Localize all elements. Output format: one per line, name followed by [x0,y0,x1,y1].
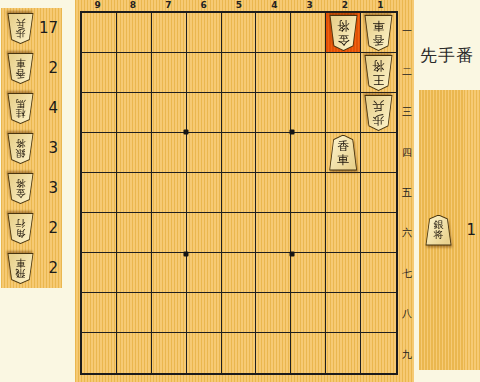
gote-piece-hand-金将[interactable]: 金将 [7,173,34,204]
gote-hand-row-歩兵: 歩兵17 [1,8,62,48]
square-2-4[interactable]: 香車 [326,133,361,173]
square-2-7[interactable] [326,253,361,293]
square-8-8[interactable] [117,293,152,333]
shogi-board: 金将香車王将歩兵香車 [80,11,398,375]
square-3-3[interactable] [291,93,326,133]
square-6-6[interactable] [187,213,222,253]
gote-piece-hand-角行[interactable]: 角行 [7,213,34,244]
koma-kanji: 歩兵 [365,96,392,130]
gote-captured-tray: 歩兵17香車2桂馬4銀将3金将3角行2飛車2 [1,8,62,288]
square-6-8[interactable] [187,293,222,333]
square-9-5[interactable] [82,173,117,213]
square-8-2[interactable] [117,53,152,93]
rank-label-9: 九 [400,335,414,375]
sente-hand-row-銀将: 銀将1 [419,210,480,250]
square-3-2[interactable] [291,53,326,93]
file-label-7: 7 [151,0,186,11]
square-2-8[interactable] [326,293,361,333]
square-6-3[interactable] [187,93,222,133]
koma-kanji: 金将 [8,174,33,203]
koma-kanji: 銀将 [8,134,33,163]
square-1-3[interactable]: 歩兵 [361,93,396,133]
square-3-7[interactable] [291,253,326,293]
square-9-8[interactable] [82,293,117,333]
square-5-6[interactable] [222,213,257,253]
square-8-3[interactable] [117,93,152,133]
square-8-4[interactable] [117,133,152,173]
koma-shape: 香車 [329,135,358,171]
square-3-9[interactable] [291,333,326,373]
koma-shape: 銀将 [7,133,34,164]
sente-captured-tray: 銀将1 [419,90,480,370]
rank-labels: 一二三四五六七八九 [400,11,414,375]
square-3-1[interactable] [291,13,326,53]
square-7-3[interactable] [152,93,187,133]
square-9-1[interactable] [82,13,117,53]
square-1-7[interactable] [361,253,396,293]
captured-count: 1 [466,221,476,239]
file-label-1: 1 [363,0,398,11]
square-2-5[interactable] [326,173,361,213]
gote-hand-row-香車: 香車2 [1,48,62,88]
koma-kanji: 桂馬 [8,94,33,123]
square-9-3[interactable] [82,93,117,133]
file-label-5: 5 [221,0,256,11]
rank-label-3: 三 [400,92,414,132]
file-labels: 987654321 [80,0,398,11]
square-1-4[interactable] [361,133,396,173]
square-3-4[interactable] [291,133,326,173]
file-label-2: 2 [327,0,362,11]
gote-piece-金将-2-1[interactable]: 金将 [329,15,358,51]
square-8-6[interactable] [117,213,152,253]
file-label-3: 3 [292,0,327,11]
square-5-2[interactable] [222,53,257,93]
captured-count: 2 [48,219,58,237]
square-6-9[interactable] [187,333,222,373]
square-3-6[interactable] [291,213,326,253]
square-6-7[interactable] [187,253,222,293]
square-4-1[interactable] [256,13,291,53]
gote-hand-row-桂馬: 桂馬4 [1,88,62,128]
koma-shape: 金将 [7,173,34,204]
square-1-2[interactable]: 王将 [361,53,396,93]
square-7-5[interactable] [152,173,187,213]
square-7-1[interactable] [152,13,187,53]
square-4-2[interactable] [256,53,291,93]
koma-kanji: 香車 [365,16,392,50]
square-1-5[interactable] [361,173,396,213]
square-7-4[interactable] [152,133,187,173]
koma-kanji: 香車 [330,136,357,170]
square-5-8[interactable] [222,293,257,333]
rank-label-2: 二 [400,51,414,91]
koma-kanji: 角行 [8,214,33,243]
koma-shape: 飛車 [7,253,34,284]
square-6-2[interactable] [187,53,222,93]
file-label-4: 4 [257,0,292,11]
rank-label-4: 四 [400,132,414,172]
rank-label-1: 一 [400,11,414,51]
sente-piece-hand-銀将[interactable]: 銀将 [425,215,452,246]
square-5-7[interactable] [222,253,257,293]
square-8-7[interactable] [117,253,152,293]
square-5-5[interactable] [222,173,257,213]
square-4-5[interactable] [256,173,291,213]
file-label-6: 6 [186,0,221,11]
koma-kanji: 歩兵 [8,14,33,43]
captured-count: 2 [48,59,58,77]
koma-kanji: 飛車 [8,254,33,283]
square-1-9[interactable] [361,333,396,373]
square-3-8[interactable] [291,293,326,333]
captured-count: 3 [48,139,58,157]
square-4-7[interactable] [256,253,291,293]
gote-hand-row-飛車: 飛車2 [1,248,62,288]
square-1-6[interactable] [361,213,396,253]
square-2-6[interactable] [326,213,361,253]
koma-shape: 金将 [329,15,358,51]
file-label-9: 9 [80,0,115,11]
square-1-1[interactable]: 香車 [361,13,396,53]
square-4-3[interactable] [256,93,291,133]
square-7-7[interactable] [152,253,187,293]
gote-piece-香車-1-1[interactable]: 香車 [364,15,393,51]
koma-shape: 角行 [7,213,34,244]
square-2-2[interactable] [326,53,361,93]
square-2-1[interactable]: 金将 [326,13,361,53]
square-1-8[interactable] [361,293,396,333]
square-9-4[interactable] [82,133,117,173]
square-6-5[interactable] [187,173,222,213]
gote-piece-hand-桂馬[interactable]: 桂馬 [7,93,34,124]
square-3-5[interactable] [291,173,326,213]
koma-kanji: 金将 [330,16,357,50]
square-2-3[interactable] [326,93,361,133]
koma-shape: 歩兵 [364,95,393,131]
captured-count: 4 [48,99,58,117]
rank-label-7: 七 [400,254,414,294]
file-label-8: 8 [115,0,150,11]
koma-kanji: 王将 [365,56,392,90]
koma-shape: 銀将 [425,215,452,246]
turn-indicator: 先手番 [420,44,474,67]
gote-piece-王将-1-2[interactable]: 王将 [364,55,393,91]
square-9-6[interactable] [82,213,117,253]
square-5-1[interactable] [222,13,257,53]
rank-label-5: 五 [400,173,414,213]
sente-piece-香車-2-4[interactable]: 香車 [329,135,358,171]
gote-hand-row-銀将: 銀将3 [1,128,62,168]
square-9-9[interactable] [82,333,117,373]
gote-piece-hand-銀将[interactable]: 銀将 [7,133,34,164]
square-5-3[interactable] [222,93,257,133]
square-9-7[interactable] [82,253,117,293]
shogi-diagram: 歩兵17香車2桂馬4銀将3金将3角行2飛車2 987654321 金将香車王将歩… [0,0,480,382]
gote-piece-hand-歩兵[interactable]: 歩兵 [7,13,34,44]
gote-piece-歩兵-1-3[interactable]: 歩兵 [364,95,393,131]
square-5-4[interactable] [222,133,257,173]
square-5-9[interactable] [222,333,257,373]
captured-count: 17 [39,19,58,37]
gote-hand-row-角行: 角行2 [1,208,62,248]
koma-kanji: 銀将 [426,216,451,245]
square-6-4[interactable] [187,133,222,173]
square-7-8[interactable] [152,293,187,333]
koma-shape: 王将 [364,55,393,91]
square-8-5[interactable] [117,173,152,213]
square-6-1[interactable] [187,13,222,53]
square-8-9[interactable] [117,333,152,373]
koma-kanji: 香車 [8,54,33,83]
rank-label-6: 六 [400,213,414,253]
board-block: 987654321 金将香車王将歩兵香車 一二三四五六七八九 [75,0,414,382]
square-7-6[interactable] [152,213,187,253]
koma-shape: 桂馬 [7,93,34,124]
square-4-9[interactable] [256,333,291,373]
square-8-1[interactable] [117,13,152,53]
koma-shape: 香車 [7,53,34,84]
square-4-6[interactable] [256,213,291,253]
square-4-8[interactable] [256,293,291,333]
captured-count: 2 [48,259,58,277]
gote-piece-hand-香車[interactable]: 香車 [7,53,34,84]
koma-shape: 歩兵 [7,13,34,44]
gote-piece-hand-飛車[interactable]: 飛車 [7,253,34,284]
captured-count: 3 [48,179,58,197]
rank-label-8: 八 [400,294,414,334]
square-9-2[interactable] [82,53,117,93]
square-2-9[interactable] [326,333,361,373]
koma-shape: 香車 [364,15,393,51]
square-7-2[interactable] [152,53,187,93]
square-7-9[interactable] [152,333,187,373]
square-4-4[interactable] [256,133,291,173]
gote-hand-row-金将: 金将3 [1,168,62,208]
